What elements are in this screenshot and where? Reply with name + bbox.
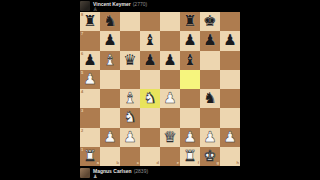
- square-f4[interactable]: [180, 89, 200, 108]
- square-h4[interactable]: [220, 89, 240, 108]
- piece-black-king[interactable]: ♚: [200, 12, 220, 31]
- piece-black-knight[interactable]: ♞: [100, 12, 120, 31]
- piece-white-rook[interactable]: ♜: [180, 147, 200, 166]
- square-h8[interactable]: [220, 12, 240, 31]
- piece-white-pawn[interactable]: ♟: [220, 128, 240, 147]
- square-f1[interactable]: f♜: [180, 147, 200, 166]
- square-a3[interactable]: 3: [80, 108, 100, 127]
- piece-white-pawn[interactable]: ♟: [160, 89, 180, 108]
- piece-white-king[interactable]: ♚: [200, 147, 220, 166]
- square-e5[interactable]: [160, 70, 180, 89]
- square-a6[interactable]: 6♟: [80, 51, 100, 70]
- square-b6[interactable]: ♝: [100, 51, 120, 70]
- square-g5[interactable]: [200, 70, 220, 89]
- file-label-h: h: [237, 161, 239, 165]
- square-d5[interactable]: [140, 70, 160, 89]
- square-g2[interactable]: ♟: [200, 128, 220, 147]
- square-a2[interactable]: 2: [80, 128, 100, 147]
- square-g4[interactable]: ♞: [200, 89, 220, 108]
- rank-label-7: 7: [81, 32, 83, 36]
- piece-white-bishop[interactable]: ♝: [100, 51, 120, 70]
- piece-black-pawn[interactable]: ♟: [80, 51, 100, 70]
- square-h1[interactable]: h: [220, 147, 240, 166]
- square-b5[interactable]: [100, 70, 120, 89]
- square-g6[interactable]: [200, 51, 220, 70]
- piece-white-pawn[interactable]: ♟: [100, 128, 120, 147]
- piece-black-rook[interactable]: ♜: [80, 12, 100, 31]
- piece-white-pawn[interactable]: ♟: [80, 70, 100, 89]
- piece-black-pawn[interactable]: ♟: [160, 51, 180, 70]
- square-a4[interactable]: 4: [80, 89, 100, 108]
- square-b4[interactable]: [100, 89, 120, 108]
- square-a7[interactable]: 7: [80, 31, 100, 50]
- square-g7[interactable]: ♟: [200, 31, 220, 50]
- bottom-player-captured-pieces: ♟: [93, 174, 148, 179]
- square-d8[interactable]: [140, 12, 160, 31]
- piece-white-knight[interactable]: ♞: [120, 108, 140, 127]
- piece-black-pawn[interactable]: ♟: [200, 31, 220, 50]
- square-e8[interactable]: [160, 12, 180, 31]
- square-e6[interactable]: ♟: [160, 51, 180, 70]
- square-b1[interactable]: b: [100, 147, 120, 166]
- square-c4[interactable]: ♝: [120, 89, 140, 108]
- square-d7[interactable]: ♝: [140, 31, 160, 50]
- piece-white-knight[interactable]: ♞: [140, 89, 160, 108]
- square-c5[interactable]: [120, 70, 140, 89]
- square-d1[interactable]: d: [140, 147, 160, 166]
- square-e7[interactable]: [160, 31, 180, 50]
- square-b2[interactable]: ♟: [100, 128, 120, 147]
- rank-label-3: 3: [81, 109, 83, 113]
- square-f7[interactable]: ♟: [180, 31, 200, 50]
- square-c7[interactable]: [120, 31, 140, 50]
- square-d6[interactable]: ♟: [140, 51, 160, 70]
- piece-white-pawn[interactable]: ♟: [120, 128, 140, 147]
- square-e4[interactable]: ♟: [160, 89, 180, 108]
- piece-black-bishop[interactable]: ♝: [180, 51, 200, 70]
- square-d3[interactable]: [140, 108, 160, 127]
- bottom-player-row[interactable]: Magnus Carlsen(2839) ♟: [80, 166, 240, 180]
- square-f6[interactable]: ♝: [180, 51, 200, 70]
- square-c1[interactable]: c: [120, 147, 140, 166]
- square-d2[interactable]: [140, 128, 160, 147]
- piece-black-pawn[interactable]: ♟: [220, 31, 240, 50]
- top-player-avatar[interactable]: [80, 1, 90, 11]
- square-g3[interactable]: [200, 108, 220, 127]
- square-e3[interactable]: [160, 108, 180, 127]
- square-f8[interactable]: ♜: [180, 12, 200, 31]
- file-label-b: b: [117, 161, 119, 165]
- square-c8[interactable]: [120, 12, 140, 31]
- piece-black-pawn[interactable]: ♟: [100, 31, 120, 50]
- square-h7[interactable]: ♟: [220, 31, 240, 50]
- square-c3[interactable]: ♞: [120, 108, 140, 127]
- piece-black-pawn[interactable]: ♟: [140, 51, 160, 70]
- rank-label-4: 4: [81, 90, 83, 94]
- square-b8[interactable]: ♞: [100, 12, 120, 31]
- piece-black-pawn[interactable]: ♟: [180, 31, 200, 50]
- square-g1[interactable]: g♚: [200, 147, 220, 166]
- file-label-e: e: [177, 161, 179, 165]
- square-g8[interactable]: ♚: [200, 12, 220, 31]
- piece-black-queen[interactable]: ♛: [120, 51, 140, 70]
- file-label-c: c: [137, 161, 139, 165]
- square-f2[interactable]: ♟: [180, 128, 200, 147]
- square-h3[interactable]: [220, 108, 240, 127]
- piece-white-pawn[interactable]: ♟: [200, 128, 220, 147]
- piece-black-knight[interactable]: ♞: [200, 89, 220, 108]
- square-e1[interactable]: e: [160, 147, 180, 166]
- file-label-d: d: [157, 161, 159, 165]
- square-h6[interactable]: [220, 51, 240, 70]
- square-f3[interactable]: [180, 108, 200, 127]
- chess-board[interactable]: 8♜♞♜♚7♟♝♟♟♟6♟♝♛♟♟♝5♟4♝♞♟♞3♞2♟♟♛♟♟♟1a♜bcd…: [80, 12, 240, 166]
- rank-label-2: 2: [81, 129, 83, 133]
- piece-black-rook[interactable]: ♜: [180, 12, 200, 31]
- square-b3[interactable]: [100, 108, 120, 127]
- bottom-player-avatar[interactable]: [80, 168, 90, 178]
- piece-white-bishop[interactable]: ♝: [120, 89, 140, 108]
- piece-black-bishop[interactable]: ♝: [140, 31, 160, 50]
- square-c6[interactable]: ♛: [120, 51, 140, 70]
- top-player-captured-pieces: ♙: [93, 7, 147, 12]
- square-f5[interactable]: [180, 70, 200, 89]
- square-c2[interactable]: ♟: [120, 128, 140, 147]
- square-e2[interactable]: ♛: [160, 128, 180, 147]
- square-d4[interactable]: ♞: [140, 89, 160, 108]
- square-a1[interactable]: 1a♜: [80, 147, 100, 166]
- square-h2[interactable]: ♟: [220, 128, 240, 147]
- top-player-row[interactable]: Vincent Keymer(2770) ♙: [80, 0, 240, 12]
- piece-white-pawn[interactable]: ♟: [180, 128, 200, 147]
- piece-white-rook[interactable]: ♜: [80, 147, 100, 166]
- square-a5[interactable]: 5♟: [80, 70, 100, 89]
- square-b7[interactable]: ♟: [100, 31, 120, 50]
- square-h5[interactable]: [220, 70, 240, 89]
- piece-white-queen[interactable]: ♛: [160, 128, 180, 147]
- square-a8[interactable]: 8♜: [80, 12, 100, 31]
